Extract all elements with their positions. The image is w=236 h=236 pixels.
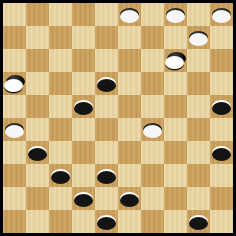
- white-man[interactable]: [212, 146, 231, 159]
- light-square-r6c0: [3, 141, 26, 164]
- light-square-r8c8: [187, 187, 210, 210]
- light-square-r9c7: [164, 210, 187, 233]
- square-11[interactable]: [26, 49, 49, 72]
- square-29[interactable]: [141, 118, 164, 141]
- square-43[interactable]: [118, 187, 141, 210]
- square-9[interactable]: [141, 26, 164, 49]
- light-square-r9c9: [210, 210, 233, 233]
- light-square-r4c0: [3, 95, 26, 118]
- light-square-r2c6: [141, 49, 164, 72]
- light-square-r3c3: [72, 72, 95, 95]
- square-44[interactable]: [164, 187, 187, 210]
- black-man[interactable]: [212, 8, 231, 21]
- white-man[interactable]: [212, 100, 231, 113]
- black-king[interactable]: [6, 75, 25, 88]
- square-45[interactable]: [210, 187, 233, 210]
- light-square-r6c2: [49, 141, 72, 164]
- square-42[interactable]: [72, 187, 95, 210]
- square-15[interactable]: [210, 49, 233, 72]
- light-square-r4c8: [187, 95, 210, 118]
- square-22[interactable]: [72, 95, 95, 118]
- light-square-r1c9: [210, 26, 233, 49]
- square-38[interactable]: [95, 164, 118, 187]
- white-man[interactable]: [120, 192, 139, 205]
- white-man[interactable]: [74, 192, 93, 205]
- light-square-r2c0: [3, 49, 26, 72]
- light-square-r8c4: [95, 187, 118, 210]
- square-6[interactable]: [3, 26, 26, 49]
- light-square-r4c6: [141, 95, 164, 118]
- square-3[interactable]: [118, 3, 141, 26]
- square-5[interactable]: [210, 3, 233, 26]
- light-square-r7c5: [118, 164, 141, 187]
- light-square-r0c2: [49, 3, 72, 26]
- square-37[interactable]: [49, 164, 72, 187]
- square-50[interactable]: [187, 210, 210, 233]
- square-1[interactable]: [26, 3, 49, 26]
- square-48[interactable]: [95, 210, 118, 233]
- square-25[interactable]: [210, 95, 233, 118]
- light-square-r2c4: [95, 49, 118, 72]
- square-28[interactable]: [95, 118, 118, 141]
- light-square-r0c4: [95, 3, 118, 26]
- black-man[interactable]: [120, 8, 139, 21]
- light-square-r0c6: [141, 3, 164, 26]
- light-square-r7c9: [210, 164, 233, 187]
- light-square-r6c8: [187, 141, 210, 164]
- light-square-r9c3: [72, 210, 95, 233]
- light-square-r0c8: [187, 3, 210, 26]
- square-16[interactable]: [3, 72, 26, 95]
- light-square-r0c0: [3, 3, 26, 26]
- square-39[interactable]: [141, 164, 164, 187]
- light-square-r2c2: [49, 49, 72, 72]
- light-square-r1c5: [118, 26, 141, 49]
- light-square-r9c5: [118, 210, 141, 233]
- square-34[interactable]: [164, 141, 187, 164]
- white-man[interactable]: [74, 100, 93, 113]
- square-32[interactable]: [72, 141, 95, 164]
- board-frame: [0, 0, 236, 236]
- square-21[interactable]: [26, 95, 49, 118]
- light-square-r7c3: [72, 164, 95, 187]
- square-12[interactable]: [72, 49, 95, 72]
- light-square-r6c4: [95, 141, 118, 164]
- light-square-r3c1: [26, 72, 49, 95]
- square-23[interactable]: [118, 95, 141, 118]
- square-47[interactable]: [49, 210, 72, 233]
- square-41[interactable]: [26, 187, 49, 210]
- square-14[interactable]: [164, 49, 187, 72]
- light-square-r5c3: [72, 118, 95, 141]
- light-square-r7c7: [164, 164, 187, 187]
- square-19[interactable]: [141, 72, 164, 95]
- light-square-r9c1: [26, 210, 49, 233]
- light-square-r3c5: [118, 72, 141, 95]
- light-square-r1c3: [72, 26, 95, 49]
- light-square-r8c0: [3, 187, 26, 210]
- white-man[interactable]: [97, 169, 116, 182]
- square-4[interactable]: [164, 3, 187, 26]
- square-24[interactable]: [164, 95, 187, 118]
- light-square-r4c4: [95, 95, 118, 118]
- square-10[interactable]: [187, 26, 210, 49]
- square-36[interactable]: [3, 164, 26, 187]
- square-49[interactable]: [141, 210, 164, 233]
- checkers-board: [3, 3, 233, 233]
- light-square-r5c5: [118, 118, 141, 141]
- light-square-r8c6: [141, 187, 164, 210]
- light-square-r3c7: [164, 72, 187, 95]
- square-33[interactable]: [118, 141, 141, 164]
- white-man[interactable]: [28, 146, 47, 159]
- black-man[interactable]: [5, 123, 24, 136]
- white-man[interactable]: [97, 215, 116, 228]
- square-7[interactable]: [49, 26, 72, 49]
- square-35[interactable]: [210, 141, 233, 164]
- light-square-r1c1: [26, 26, 49, 49]
- light-square-r8c2: [49, 187, 72, 210]
- square-26[interactable]: [3, 118, 26, 141]
- light-square-r2c8: [187, 49, 210, 72]
- light-square-r6c6: [141, 141, 164, 164]
- square-8[interactable]: [95, 26, 118, 49]
- light-square-r4c2: [49, 95, 72, 118]
- white-man[interactable]: [51, 169, 70, 182]
- black-man[interactable]: [166, 8, 185, 21]
- square-46[interactable]: [3, 210, 26, 233]
- square-13[interactable]: [118, 49, 141, 72]
- square-40[interactable]: [187, 164, 210, 187]
- light-square-r3c9: [210, 72, 233, 95]
- square-27[interactable]: [49, 118, 72, 141]
- black-man[interactable]: [189, 31, 208, 44]
- square-17[interactable]: [49, 72, 72, 95]
- light-square-r5c7: [164, 118, 187, 141]
- light-square-r7c1: [26, 164, 49, 187]
- black-man[interactable]: [143, 123, 162, 136]
- square-18[interactable]: [95, 72, 118, 95]
- square-31[interactable]: [26, 141, 49, 164]
- light-square-r5c9: [210, 118, 233, 141]
- light-square-r1c7: [164, 26, 187, 49]
- black-king[interactable]: [167, 52, 186, 65]
- white-man[interactable]: [97, 77, 116, 90]
- square-30[interactable]: [187, 118, 210, 141]
- square-20[interactable]: [187, 72, 210, 95]
- white-man[interactable]: [189, 215, 208, 228]
- light-square-r5c1: [26, 118, 49, 141]
- square-2[interactable]: [72, 3, 95, 26]
